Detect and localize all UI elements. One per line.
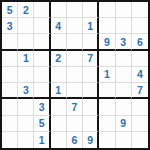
cell-r2c2[interactable] [18,18,34,34]
cell-r5c4[interactable] [51,67,67,83]
cell-r9c4[interactable] [51,132,67,148]
cell-r4c3[interactable] [34,51,50,67]
cell-r3c2[interactable] [18,34,34,50]
given-digit: 3 [23,84,29,96]
given-digit: 6 [72,134,78,146]
cell-r8c4[interactable] [51,116,67,132]
cell-r1c4[interactable] [51,2,67,18]
cell-r8c6[interactable] [83,116,99,132]
sudoku-board: 52341936127143173759169 [0,0,150,150]
cell-r3c9[interactable]: 6 [132,34,148,50]
cell-r3c1[interactable] [2,34,18,50]
cell-r2c3[interactable] [34,18,50,34]
cell-r4c6[interactable]: 7 [83,51,99,67]
cell-r1c3[interactable] [34,2,50,18]
cell-r1c6[interactable] [83,2,99,18]
cell-r6c6[interactable] [83,83,99,99]
given-digit: 1 [39,134,45,146]
cell-r1c7[interactable] [99,2,115,18]
cell-r9c5[interactable]: 6 [67,132,83,148]
given-digit: 1 [104,68,110,80]
cell-r4c4[interactable]: 2 [51,51,67,67]
cell-r7c6[interactable] [83,99,99,115]
cell-r6c5[interactable] [67,83,83,99]
cell-r8c2[interactable] [18,116,34,132]
cell-r7c7[interactable] [99,99,115,115]
given-digit: 1 [55,84,61,96]
cell-r5c7[interactable]: 1 [99,67,115,83]
cell-r5c5[interactable] [67,67,83,83]
given-digit: 5 [39,117,45,129]
given-digit: 4 [137,68,143,80]
cell-r9c3[interactable]: 1 [34,132,50,148]
cell-r8c9[interactable] [132,116,148,132]
cell-r3c3[interactable] [34,34,50,50]
given-digit: 1 [23,52,29,64]
cell-r1c9[interactable] [132,2,148,18]
cell-r2c6[interactable]: 1 [83,18,99,34]
cell-r8c1[interactable] [2,116,18,132]
cell-r2c7[interactable] [99,18,115,34]
cell-r5c2[interactable] [18,67,34,83]
given-digit: 9 [104,36,110,48]
cell-r3c4[interactable] [51,34,67,50]
cell-r7c1[interactable] [2,99,18,115]
cell-r4c7[interactable] [99,51,115,67]
cell-r7c3[interactable]: 3 [34,99,50,115]
cell-r5c8[interactable] [116,67,132,83]
cell-r5c3[interactable] [34,67,50,83]
cell-r8c5[interactable] [67,116,83,132]
cell-r7c8[interactable] [116,99,132,115]
cell-r2c5[interactable] [67,18,83,34]
given-digit: 4 [55,20,61,32]
given-digit: 3 [120,36,126,48]
given-digit: 7 [137,84,143,96]
cell-r7c5[interactable]: 7 [67,99,83,115]
cell-r1c8[interactable] [116,2,132,18]
cell-r6c8[interactable] [116,83,132,99]
given-digit: 3 [39,101,45,113]
cell-r1c5[interactable] [67,2,83,18]
cell-r1c1[interactable]: 5 [2,2,18,18]
given-digit: 7 [87,52,93,64]
cell-r2c9[interactable] [132,18,148,34]
cell-r2c1[interactable]: 3 [2,18,18,34]
cell-r6c9[interactable]: 7 [132,83,148,99]
cell-r6c7[interactable] [99,83,115,99]
given-digit: 6 [137,36,143,48]
given-digit: 5 [7,4,13,16]
cell-r9c6[interactable]: 9 [83,132,99,148]
cell-r6c4[interactable]: 1 [51,83,67,99]
cell-r7c2[interactable] [18,99,34,115]
cell-r9c9[interactable] [132,132,148,148]
given-digit: 9 [87,134,93,146]
cell-r4c8[interactable] [116,51,132,67]
cell-r6c2[interactable]: 3 [18,83,34,99]
given-digit: 3 [7,20,13,32]
cell-r9c7[interactable] [99,132,115,148]
cell-r7c4[interactable] [51,99,67,115]
cell-r2c8[interactable] [116,18,132,34]
cell-r4c5[interactable] [67,51,83,67]
cell-r9c2[interactable] [18,132,34,148]
cell-r3c7[interactable]: 9 [99,34,115,50]
given-digit: 2 [55,52,61,64]
cell-r8c8[interactable]: 9 [116,116,132,132]
given-digit: 7 [72,101,78,113]
cell-r9c1[interactable] [2,132,18,148]
cell-r8c3[interactable]: 5 [34,116,50,132]
cell-r4c1[interactable] [2,51,18,67]
cell-r6c1[interactable] [2,83,18,99]
cell-r3c6[interactable] [83,34,99,50]
cell-r2c4[interactable]: 4 [51,18,67,34]
cell-r4c9[interactable] [132,51,148,67]
cell-r7c9[interactable] [132,99,148,115]
cell-r9c8[interactable] [116,132,132,148]
cell-r5c1[interactable] [2,67,18,83]
cell-r5c6[interactable] [83,67,99,83]
given-digit: 9 [120,117,126,129]
cell-r5c9[interactable]: 4 [132,67,148,83]
cell-r1c2[interactable]: 2 [18,2,34,18]
cell-r4c2[interactable]: 1 [18,51,34,67]
cell-r6c3[interactable] [34,83,50,99]
cell-r3c5[interactable] [67,34,83,50]
cell-r3c8[interactable]: 3 [116,34,132,50]
cell-r8c7[interactable] [99,116,115,132]
given-digit: 1 [87,20,93,32]
given-digit: 2 [23,4,29,16]
